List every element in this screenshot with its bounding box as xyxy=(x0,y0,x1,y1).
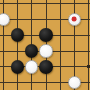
black-stone xyxy=(11,60,24,73)
white-stone xyxy=(25,60,38,73)
black-stone xyxy=(39,60,52,73)
grid-vertical-line-7 xyxy=(88,0,89,90)
black-stone xyxy=(25,44,38,57)
grid-vertical-line-2 xyxy=(17,0,18,90)
last-move-marker xyxy=(72,17,77,22)
grid-vertical-line-5 xyxy=(60,0,61,90)
white-stone xyxy=(68,13,81,26)
white-stone xyxy=(39,44,52,57)
grid-horizontal-line-1 xyxy=(0,3,90,4)
white-stone xyxy=(68,76,81,89)
black-stone xyxy=(11,28,24,41)
black-stone xyxy=(39,28,52,41)
go-board[interactable] xyxy=(0,0,90,90)
white-stone xyxy=(0,13,10,26)
hoshi-star-point xyxy=(87,65,90,68)
